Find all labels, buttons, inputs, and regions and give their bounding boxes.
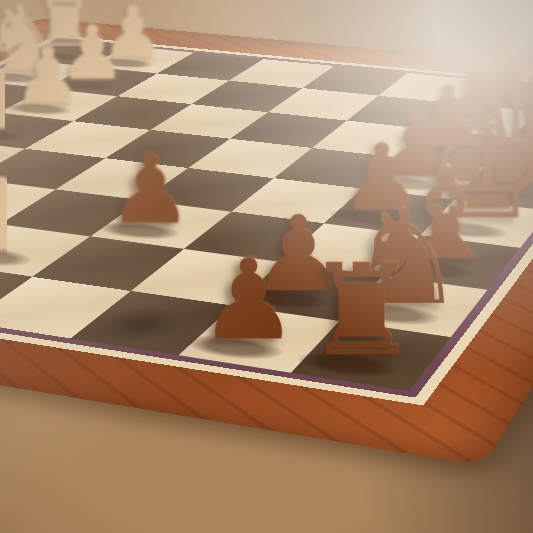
vignette-overlay [0,0,533,533]
photo-scene: ♜♟♟♜♞♟♟♞♝♟♟♝♛♟♟♛♚♟♟♚♝♟♟♝♞♟♟♞♜♟♟♜ [0,0,533,533]
